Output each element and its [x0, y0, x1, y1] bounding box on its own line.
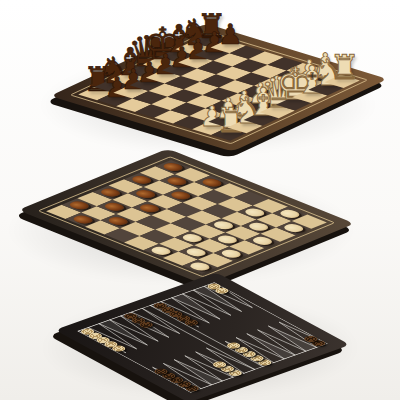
- product-photo-scene: chess ♜♞♝♛♚♝♞♜♟♟♟♟♟♟♟♟♟♟♟♟♟♟♟♟♜♞♝♛♚♝♞♜ c…: [0, 0, 400, 400]
- backgammon-board-label: backgammon: [55, 330, 56, 331]
- chess-piece-black-pawn: ♟: [218, 21, 243, 49]
- chess-board-label: chess: [50, 96, 51, 97]
- chess-square: ♜: [325, 75, 360, 88]
- checkers-board-label: checkers: [18, 210, 19, 211]
- chess-piece-white-rook: ♜: [329, 50, 359, 84]
